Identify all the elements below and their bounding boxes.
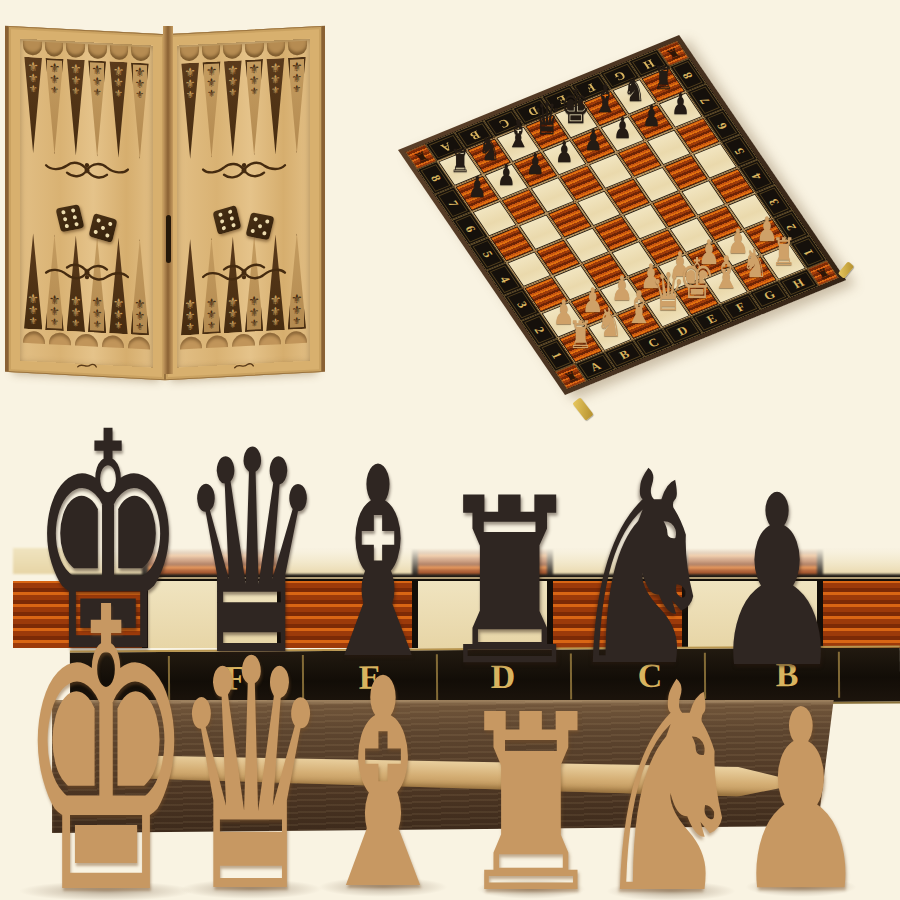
wave-bump bbox=[180, 336, 202, 349]
frame-carving-icon bbox=[233, 355, 255, 374]
fleur-ornament-icon: ⚜ bbox=[186, 321, 195, 331]
scroll-flourish-icon bbox=[197, 158, 291, 187]
die-pip bbox=[218, 212, 223, 217]
backgammon-playing-field: ⚜⚜⚜⚜⚜⚜⚜⚜⚜⚜⚜⚜⚜⚜⚜⚜⚜⚜⚜⚜⚜⚜⚜⚜⚜⚜⚜⚜⚜⚜⚜⚜⚜⚜⚜⚜ bbox=[177, 39, 310, 368]
die-pip bbox=[262, 231, 267, 236]
backgammon-point: ⚜⚜⚜ bbox=[224, 60, 242, 157]
file-label: E bbox=[704, 312, 719, 326]
rank-label: 6 bbox=[714, 120, 730, 130]
fleur-ornament-icon: ⚜ bbox=[250, 86, 259, 96]
wave-bump bbox=[102, 335, 124, 348]
rank-label: 4 bbox=[496, 274, 512, 284]
fleur-ornament-icon: ⚜ bbox=[228, 87, 237, 97]
fleur-ornament-icon: ⚜ bbox=[207, 89, 216, 99]
rank-label: 8 bbox=[680, 70, 696, 80]
scallop-arch bbox=[223, 44, 242, 59]
scallop-arch bbox=[131, 46, 150, 61]
chess-board: ♜ABCDEFGH♜8♜♞♝♛♚♝♞♜87♟♟♟♟♟♟♟♟7665544332♟… bbox=[398, 35, 846, 395]
die-showing-5 bbox=[88, 213, 117, 243]
scallop-arch bbox=[45, 42, 64, 57]
backgammon-playing-field: ⚜⚜⚜⚜⚜⚜⚜⚜⚜⚜⚜⚜⚜⚜⚜⚜⚜⚜⚜⚜⚜⚜⚜⚜⚜⚜⚜⚜⚜⚜⚜⚜⚜⚜⚜⚜ bbox=[20, 39, 153, 368]
backgammon-point: ⚜⚜⚜ bbox=[202, 61, 220, 158]
die-pip bbox=[61, 210, 66, 215]
backgammon-point: ⚜⚜⚜ bbox=[288, 57, 306, 154]
wave-bump bbox=[128, 336, 150, 349]
scallop-arch bbox=[202, 45, 221, 60]
backgammon-point: ⚜⚜⚜ bbox=[88, 60, 106, 157]
scallop-arch bbox=[23, 41, 42, 56]
scroll-flourish-icon bbox=[40, 158, 134, 187]
fleur-ornament-icon: ⚜ bbox=[50, 85, 59, 95]
backgammon-panel-left: ⚜⚜⚜⚜⚜⚜⚜⚜⚜⚜⚜⚜⚜⚜⚜⚜⚜⚜⚜⚜⚜⚜⚜⚜⚜⚜⚜⚜⚜⚜⚜⚜⚜⚜⚜⚜ bbox=[8, 26, 165, 380]
fleur-ornament-icon: ⚜ bbox=[186, 90, 195, 100]
rank-label: 5 bbox=[479, 249, 495, 259]
scallop-arch bbox=[88, 44, 107, 59]
wave-bump bbox=[259, 332, 281, 345]
wave-bump bbox=[232, 334, 254, 347]
die-pip bbox=[71, 208, 76, 213]
rank-label: 3 bbox=[766, 196, 782, 206]
die-pip bbox=[73, 215, 78, 220]
file-label: B bbox=[617, 347, 632, 361]
die-pip bbox=[258, 224, 263, 229]
die-pip bbox=[230, 216, 235, 221]
fleur-ornament-icon: ⚜ bbox=[71, 318, 80, 328]
center-ornament-area bbox=[185, 157, 302, 285]
fleur-ornament-icon: ⚜ bbox=[29, 84, 38, 94]
die-showing-5 bbox=[245, 212, 274, 240]
backgammon-point: ⚜⚜⚜ bbox=[266, 58, 284, 155]
fleur-ornament-icon: ⚜ bbox=[93, 319, 102, 329]
die-pip bbox=[64, 224, 69, 229]
die-pip bbox=[101, 225, 106, 230]
file-label: D bbox=[674, 323, 690, 338]
wave-bump bbox=[206, 335, 228, 348]
scallop-arch bbox=[66, 43, 85, 58]
product-photo: ⚜⚜⚜⚜⚜⚜⚜⚜⚜⚜⚜⚜⚜⚜⚜⚜⚜⚜⚜⚜⚜⚜⚜⚜⚜⚜⚜⚜⚜⚜⚜⚜⚜⚜⚜⚜⚜⚜⚜⚜… bbox=[0, 0, 900, 900]
backgammon-point: ⚜⚜⚜ bbox=[24, 57, 42, 154]
wave-bump bbox=[75, 334, 97, 347]
die-pip bbox=[250, 229, 255, 234]
fleur-ornament-icon: ⚜ bbox=[292, 316, 301, 326]
die-showing-6 bbox=[55, 204, 84, 232]
backgammon-point: ⚜⚜⚜ bbox=[181, 62, 199, 159]
scallop-arch bbox=[110, 45, 129, 60]
backgammon-point: ⚜⚜⚜ bbox=[245, 59, 263, 156]
file-label: C bbox=[645, 335, 661, 350]
rank-label: 4 bbox=[749, 171, 765, 181]
dice-pair bbox=[215, 198, 272, 245]
fleur-ornament-icon: ⚜ bbox=[71, 86, 80, 96]
center-ornament-area bbox=[28, 157, 145, 285]
die-pip bbox=[74, 222, 79, 227]
die-pip bbox=[108, 221, 113, 226]
corner-rook-icon: ♜ bbox=[812, 264, 834, 283]
backgammon-hinge-slot bbox=[166, 215, 171, 263]
die-pip bbox=[231, 223, 236, 228]
file-label: A bbox=[587, 359, 603, 374]
backgammon-point: ⚜⚜⚜ bbox=[45, 58, 63, 155]
fleur-ornament-icon: ⚜ bbox=[135, 90, 144, 100]
backgammon-point: ⚜⚜⚜ bbox=[67, 59, 85, 156]
wave-bump bbox=[23, 331, 45, 344]
rank-label: 1 bbox=[800, 247, 816, 257]
dice-pair bbox=[58, 198, 115, 245]
fleur-ornament-icon: ⚜ bbox=[50, 317, 59, 327]
fleur-ornament-icon: ⚜ bbox=[93, 87, 102, 97]
die-pip bbox=[265, 219, 270, 224]
scallop-arch bbox=[245, 43, 264, 58]
piece-glyph: ♟ bbox=[734, 677, 867, 900]
die-pip bbox=[228, 209, 233, 214]
die-pip bbox=[219, 219, 224, 224]
backgammon-panel-right: ⚜⚜⚜⚜⚜⚜⚜⚜⚜⚜⚜⚜⚜⚜⚜⚜⚜⚜⚜⚜⚜⚜⚜⚜⚜⚜⚜⚜⚜⚜⚜⚜⚜⚜⚜⚜ bbox=[165, 26, 322, 380]
fleur-ornament-icon: ⚜ bbox=[271, 85, 280, 95]
fleur-ornament-icon: ⚜ bbox=[114, 320, 123, 330]
scroll-flourish-icon bbox=[197, 256, 291, 285]
backgammon-point: ⚜⚜⚜ bbox=[109, 61, 127, 158]
die-pip bbox=[93, 230, 98, 235]
rank-label: 5 bbox=[731, 146, 747, 156]
die-pip bbox=[96, 218, 101, 223]
fleur-ornament-icon: ⚜ bbox=[228, 319, 237, 329]
fleur-ornament-icon: ⚜ bbox=[29, 316, 38, 326]
scallop-arch bbox=[267, 42, 286, 57]
fleur-ornament-icon: ⚜ bbox=[114, 89, 123, 99]
fleur-ornament-icon: ⚜ bbox=[135, 321, 144, 331]
backgammon-hinge-gap bbox=[163, 26, 173, 374]
rank-label: 7 bbox=[697, 95, 713, 105]
die-showing-6 bbox=[212, 205, 241, 235]
scroll-flourish-icon bbox=[40, 256, 134, 285]
closeup-light-pawn[interactable]: ♟ bbox=[690, 677, 900, 900]
rank-label: 6 bbox=[462, 223, 478, 233]
die-pip bbox=[253, 217, 258, 222]
points-row-top: ⚜⚜⚜⚜⚜⚜⚜⚜⚜⚜⚜⚜⚜⚜⚜⚜⚜⚜ bbox=[24, 57, 149, 160]
file-label: G bbox=[761, 288, 778, 303]
die-pip bbox=[62, 217, 67, 222]
scallop-arch bbox=[288, 41, 307, 56]
file-label: F bbox=[733, 300, 748, 314]
wave-bump bbox=[49, 332, 71, 345]
file-label: H bbox=[790, 276, 807, 291]
backgammon-point: ⚜⚜⚜ bbox=[131, 62, 149, 159]
fleur-ornament-icon: ⚜ bbox=[271, 317, 280, 327]
die-pip bbox=[221, 226, 226, 231]
die-pip bbox=[105, 233, 110, 238]
wave-bump bbox=[285, 331, 307, 344]
points-row-top: ⚜⚜⚜⚜⚜⚜⚜⚜⚜⚜⚜⚜⚜⚜⚜⚜⚜⚜ bbox=[181, 57, 306, 160]
fleur-ornament-icon: ⚜ bbox=[292, 84, 301, 94]
fleur-ornament-icon: ⚜ bbox=[250, 318, 259, 328]
fleur-ornament-icon: ⚜ bbox=[207, 320, 216, 330]
scallop-arch bbox=[180, 46, 199, 61]
chess-board-grid: ♜ABCDEFGH♜8♜♞♝♛♚♝♞♜87♟♟♟♟♟♟♟♟7665544332♟… bbox=[405, 41, 839, 389]
